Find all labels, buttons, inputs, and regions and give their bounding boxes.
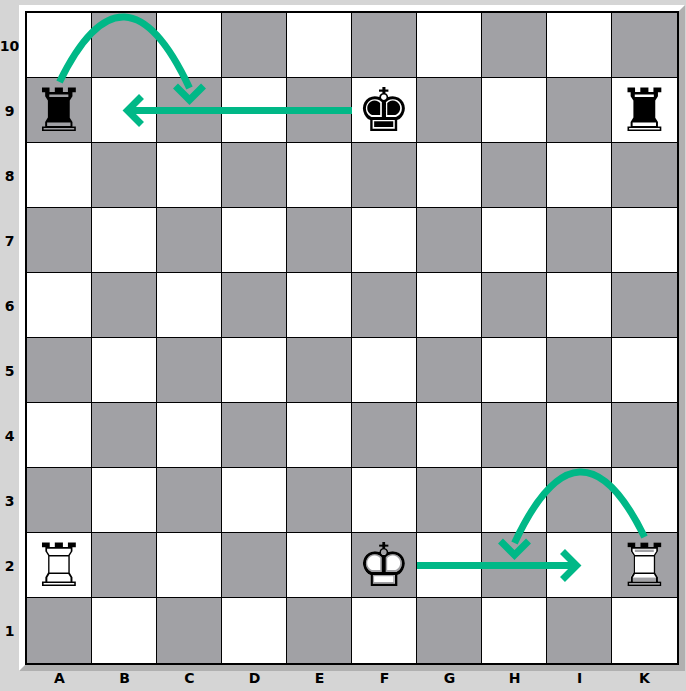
square-H10[interactable]: [482, 13, 547, 78]
square-G10[interactable]: [417, 13, 482, 78]
square-I9[interactable]: [547, 78, 612, 143]
rank-label-1: 1: [0, 598, 19, 663]
square-C7[interactable]: [157, 208, 222, 273]
file-label-c: C: [157, 667, 222, 689]
square-H2[interactable]: [482, 533, 547, 598]
square-D6[interactable]: [222, 273, 287, 338]
file-label-f: F: [352, 667, 417, 689]
square-A10[interactable]: [27, 13, 92, 78]
square-D10[interactable]: [222, 13, 287, 78]
square-H9[interactable]: [482, 78, 547, 143]
square-B9[interactable]: [92, 78, 157, 143]
square-F5[interactable]: [352, 338, 417, 403]
square-C2[interactable]: [157, 533, 222, 598]
square-G7[interactable]: [417, 208, 482, 273]
rank-label-10: 10: [0, 13, 19, 78]
square-H8[interactable]: [482, 143, 547, 208]
square-E6[interactable]: [287, 273, 352, 338]
square-K4[interactable]: [612, 403, 677, 468]
square-C1[interactable]: [157, 598, 222, 663]
square-B7[interactable]: [92, 208, 157, 273]
square-D3[interactable]: [222, 468, 287, 533]
square-I2[interactable]: [547, 533, 612, 598]
square-A3[interactable]: [27, 468, 92, 533]
square-A5[interactable]: [27, 338, 92, 403]
square-G5[interactable]: [417, 338, 482, 403]
square-K6[interactable]: [612, 273, 677, 338]
file-label-g: G: [417, 667, 482, 689]
square-G4[interactable]: [417, 403, 482, 468]
square-B1[interactable]: [92, 598, 157, 663]
square-G6[interactable]: [417, 273, 482, 338]
square-D8[interactable]: [222, 143, 287, 208]
square-F10[interactable]: [352, 13, 417, 78]
square-C5[interactable]: [157, 338, 222, 403]
square-K10[interactable]: [612, 13, 677, 78]
board-panel: ♜♚♜♜♖♚♔♜♖: [19, 5, 685, 671]
file-label-i: I: [547, 667, 612, 689]
rank-label-6: 6: [0, 273, 19, 338]
square-I3[interactable]: [547, 468, 612, 533]
white-rook[interactable]: ♖: [612, 533, 677, 597]
square-H4[interactable]: [482, 403, 547, 468]
square-C3[interactable]: [157, 468, 222, 533]
square-B8[interactable]: [92, 143, 157, 208]
square-B2[interactable]: [92, 533, 157, 598]
square-D4[interactable]: [222, 403, 287, 468]
square-B5[interactable]: [92, 338, 157, 403]
square-K1[interactable]: [612, 598, 677, 663]
square-I4[interactable]: [547, 403, 612, 468]
square-E4[interactable]: [287, 403, 352, 468]
square-F9[interactable]: ♚: [352, 78, 417, 143]
square-B4[interactable]: [92, 403, 157, 468]
square-F4[interactable]: [352, 403, 417, 468]
square-D5[interactable]: [222, 338, 287, 403]
black-rook[interactable]: ♜: [27, 78, 91, 142]
square-G9[interactable]: [417, 78, 482, 143]
square-E1[interactable]: [287, 598, 352, 663]
square-A2[interactable]: ♜♖: [27, 533, 92, 598]
rank-label-2: 2: [0, 533, 19, 598]
black-rook[interactable]: ♜: [612, 78, 677, 142]
chess-board: ♜♚♜♜♖♚♔♜♖: [27, 13, 677, 663]
rank-label-3: 3: [0, 468, 19, 533]
square-I7[interactable]: [547, 208, 612, 273]
square-C6[interactable]: [157, 273, 222, 338]
square-H7[interactable]: [482, 208, 547, 273]
square-K9[interactable]: ♜: [612, 78, 677, 143]
square-I10[interactable]: [547, 13, 612, 78]
square-C9[interactable]: [157, 78, 222, 143]
square-B6[interactable]: [92, 273, 157, 338]
square-A8[interactable]: [27, 143, 92, 208]
rank-label-7: 7: [0, 208, 19, 273]
file-label-h: H: [482, 667, 547, 689]
square-E2[interactable]: [287, 533, 352, 598]
square-C4[interactable]: [157, 403, 222, 468]
castling-diagram: 10987654321 ♜♚♜♜♖♚♔♜♖ ABCDEFGHIK: [0, 0, 686, 691]
rank-label-5: 5: [0, 338, 19, 403]
square-G3[interactable]: [417, 468, 482, 533]
file-label-a: A: [27, 667, 92, 689]
file-label-b: B: [92, 667, 157, 689]
square-H6[interactable]: [482, 273, 547, 338]
square-I8[interactable]: [547, 143, 612, 208]
rank-label-9: 9: [0, 78, 19, 143]
rank-label-8: 8: [0, 143, 19, 208]
square-F8[interactable]: [352, 143, 417, 208]
square-G2[interactable]: [417, 533, 482, 598]
square-K5[interactable]: [612, 338, 677, 403]
square-F6[interactable]: [352, 273, 417, 338]
square-E7[interactable]: [287, 208, 352, 273]
square-G8[interactable]: [417, 143, 482, 208]
square-E3[interactable]: [287, 468, 352, 533]
square-C10[interactable]: [157, 13, 222, 78]
square-I1[interactable]: [547, 598, 612, 663]
square-E5[interactable]: [287, 338, 352, 403]
square-K8[interactable]: [612, 143, 677, 208]
square-I6[interactable]: [547, 273, 612, 338]
square-D9[interactable]: [222, 78, 287, 143]
square-A6[interactable]: [27, 273, 92, 338]
white-rook[interactable]: ♖: [27, 533, 91, 597]
square-K7[interactable]: [612, 208, 677, 273]
square-A9[interactable]: ♜: [27, 78, 92, 143]
square-B3[interactable]: [92, 468, 157, 533]
white-king[interactable]: ♔: [352, 533, 416, 597]
file-label-d: D: [222, 667, 287, 689]
square-D1[interactable]: [222, 598, 287, 663]
file-label-e: E: [287, 667, 352, 689]
file-label-k: K: [612, 667, 677, 689]
square-E9[interactable]: [287, 78, 352, 143]
square-D7[interactable]: [222, 208, 287, 273]
white-king[interactable]: ♚: [352, 533, 416, 597]
square-B10[interactable]: [92, 13, 157, 78]
square-D2[interactable]: [222, 533, 287, 598]
square-H5[interactable]: [482, 338, 547, 403]
square-K3[interactable]: [612, 468, 677, 533]
square-C8[interactable]: [157, 143, 222, 208]
square-F2[interactable]: ♚♔: [352, 533, 417, 598]
square-E8[interactable]: [287, 143, 352, 208]
white-rook[interactable]: ♜: [612, 533, 677, 597]
square-H3[interactable]: [482, 468, 547, 533]
square-I5[interactable]: [547, 338, 612, 403]
square-A1[interactable]: [27, 598, 92, 663]
square-F3[interactable]: [352, 468, 417, 533]
square-F1[interactable]: [352, 598, 417, 663]
rank-label-4: 4: [0, 403, 19, 468]
white-rook[interactable]: ♜: [27, 533, 91, 597]
square-H1[interactable]: [482, 598, 547, 663]
square-G1[interactable]: [417, 598, 482, 663]
board-border: ♜♚♜♜♖♚♔♜♖: [25, 11, 679, 665]
square-E10[interactable]: [287, 13, 352, 78]
square-F7[interactable]: [352, 208, 417, 273]
square-K2[interactable]: ♜♖: [612, 533, 677, 598]
square-A7[interactable]: [27, 208, 92, 273]
black-king[interactable]: ♚: [352, 78, 416, 142]
square-A4[interactable]: [27, 403, 92, 468]
